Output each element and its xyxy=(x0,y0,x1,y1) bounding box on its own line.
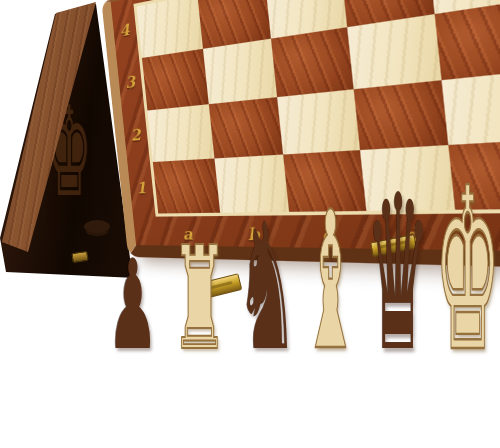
light-bishop-piece: ♝ xyxy=(301,188,343,378)
light-king-piece: ♚ xyxy=(435,158,484,382)
product-photo: ♚ 43214321abcdefgh ♟♜♞♝♛♚ xyxy=(0,0,500,448)
rank-label-left-4: 4 xyxy=(116,21,134,39)
square-c3 xyxy=(271,27,354,96)
square-a2 xyxy=(147,104,214,162)
square-d2 xyxy=(354,80,447,150)
square-b3 xyxy=(203,39,277,104)
square-d3 xyxy=(348,15,441,89)
dark-pawn-piece: ♟ xyxy=(107,244,153,368)
dark-queen-piece: ♛ xyxy=(366,167,411,382)
square-a1 xyxy=(153,158,220,213)
square-c2 xyxy=(277,89,360,155)
square-a3 xyxy=(142,49,209,110)
rank-label-left-3: 3 xyxy=(121,75,139,92)
rank-label-left-1: 1 xyxy=(132,181,150,197)
rank-label-left-2: 2 xyxy=(127,128,145,145)
light-rook-piece: ♜ xyxy=(171,228,217,371)
stored-piece-base-silhouette xyxy=(84,220,110,233)
square-e3 xyxy=(434,0,500,80)
square-e2 xyxy=(441,69,500,144)
pieces-row: ♟♜♞♝♛♚ xyxy=(98,253,496,365)
square-b2 xyxy=(209,97,284,159)
dark-knight-piece: ♞ xyxy=(236,201,281,376)
